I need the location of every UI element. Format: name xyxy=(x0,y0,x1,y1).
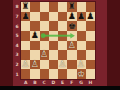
square-e6 xyxy=(58,21,67,31)
square-g7: ♟ xyxy=(77,12,86,22)
square-g1: ♔ xyxy=(77,69,86,79)
black-pawn-h7: ♟ xyxy=(86,12,94,21)
black-pawn-g7: ♟ xyxy=(77,12,85,21)
black-pawn-a7: ♟ xyxy=(22,12,30,21)
square-d4 xyxy=(49,41,58,51)
square-a7: ♟ xyxy=(21,12,30,22)
square-c8 xyxy=(40,2,49,12)
square-a1 xyxy=(21,69,30,79)
square-h6 xyxy=(86,21,95,31)
white-pawn-a2: ♙ xyxy=(22,60,30,69)
square-c6 xyxy=(40,21,49,31)
square-d7 xyxy=(49,12,58,22)
square-h8 xyxy=(86,2,95,12)
square-h1 xyxy=(86,69,95,79)
square-d6 xyxy=(49,21,58,31)
square-c2 xyxy=(40,60,49,70)
square-b4 xyxy=(30,41,39,51)
black-pawn-b5: ♟ xyxy=(31,31,39,40)
square-g5 xyxy=(77,31,86,41)
square-b5: ♟ xyxy=(30,31,39,41)
square-d1 xyxy=(49,69,58,79)
square-f4: ♙ xyxy=(67,41,76,51)
white-king-g1: ♔ xyxy=(77,70,85,79)
square-f2 xyxy=(67,60,76,70)
square-c4 xyxy=(40,41,49,51)
square-d2 xyxy=(49,60,58,70)
square-b2: ♙ xyxy=(30,60,39,70)
square-a8: ♜ xyxy=(21,2,30,12)
black-pawn-f7: ♟ xyxy=(68,12,76,21)
square-g8 xyxy=(77,2,86,12)
square-b3 xyxy=(30,50,39,60)
bottom-letterbox-bar xyxy=(0,86,120,90)
chess-board[interactable]: ♜♜♟♟♟♟♚♟♙♙♙♙♙♙♔ xyxy=(21,2,95,79)
square-a6 xyxy=(21,21,30,31)
white-pawn-e2: ♙ xyxy=(59,60,67,69)
file-label-h: H xyxy=(86,79,95,85)
square-h3 xyxy=(86,50,95,60)
white-pawn-b2: ♙ xyxy=(31,60,39,69)
square-b6 xyxy=(30,21,39,31)
square-d5 xyxy=(49,31,58,41)
square-a2: ♙ xyxy=(21,60,30,70)
square-f7: ♟ xyxy=(67,12,76,22)
square-a4 xyxy=(21,41,30,51)
square-e3 xyxy=(58,50,67,60)
white-pawn-g2: ♙ xyxy=(77,60,85,69)
square-b8 xyxy=(30,2,39,12)
square-c3: ♙ xyxy=(40,50,49,60)
square-e5 xyxy=(58,31,67,41)
square-d3 xyxy=(49,50,58,60)
square-g3 xyxy=(77,50,86,60)
file-label-a: A xyxy=(21,79,30,85)
square-b7 xyxy=(30,12,39,22)
file-label-c: C xyxy=(40,79,49,85)
white-pawn-c3: ♙ xyxy=(40,50,48,59)
square-h4 xyxy=(86,41,95,51)
square-e8 xyxy=(58,2,67,12)
square-e1 xyxy=(58,69,67,79)
rank-label-1: 1 xyxy=(14,69,20,79)
rank-label-3: 3 xyxy=(14,50,20,60)
rank-label-6: 6 xyxy=(14,21,20,31)
square-b1 xyxy=(30,69,39,79)
square-e2: ♙ xyxy=(58,60,67,70)
square-h2 xyxy=(86,60,95,70)
square-a3 xyxy=(21,50,30,60)
square-c7 xyxy=(40,12,49,22)
square-f1 xyxy=(67,69,76,79)
file-label-g: G xyxy=(77,79,86,85)
black-king-f6: ♚ xyxy=(68,22,76,31)
rank-label-2: 2 xyxy=(14,60,20,70)
square-e4 xyxy=(58,41,67,51)
file-label-f: F xyxy=(67,79,76,85)
square-f6: ♚ xyxy=(67,21,76,31)
file-labels: ABCDEFGH xyxy=(21,79,95,85)
white-pawn-f4: ♙ xyxy=(68,41,76,50)
rank-label-8: 8 xyxy=(14,2,20,12)
black-rook-a8: ♜ xyxy=(22,2,30,11)
square-h5 xyxy=(86,31,95,41)
square-c5 xyxy=(40,31,49,41)
square-e7 xyxy=(58,12,67,22)
square-d8 xyxy=(49,2,58,12)
square-h7: ♟ xyxy=(86,12,95,22)
file-label-b: B xyxy=(30,79,39,85)
square-g2: ♙ xyxy=(77,60,86,70)
square-c1 xyxy=(40,69,49,79)
square-g6 xyxy=(77,21,86,31)
rank-label-4: 4 xyxy=(14,41,20,51)
square-g4 xyxy=(77,41,86,51)
black-rook-f8: ♜ xyxy=(68,2,76,11)
square-f3 xyxy=(67,50,76,60)
square-f5 xyxy=(67,31,76,41)
rank-label-7: 7 xyxy=(14,12,20,22)
rank-labels: 87654321 xyxy=(14,2,20,79)
square-f8: ♜ xyxy=(67,2,76,12)
file-label-e: E xyxy=(58,79,67,85)
rank-label-5: 5 xyxy=(14,31,20,41)
file-label-d: D xyxy=(49,79,58,85)
square-a5 xyxy=(21,31,30,41)
